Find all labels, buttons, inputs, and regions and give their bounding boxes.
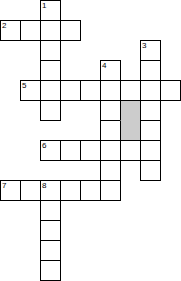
crossword-cell[interactable] — [60, 80, 81, 101]
crossword-cell[interactable] — [140, 120, 161, 141]
clue-number: 2 — [2, 21, 6, 30]
clue-number: 1 — [42, 1, 46, 10]
crossword-cell[interactable] — [40, 100, 61, 121]
clue-number: 8 — [42, 181, 46, 190]
crossword-cell[interactable] — [40, 220, 61, 241]
crossword-cell[interactable]: 3 — [140, 40, 161, 61]
crossword-cell[interactable] — [140, 80, 161, 101]
crossword-cell[interactable] — [160, 80, 181, 101]
crossword-cell[interactable] — [100, 80, 121, 101]
crossword-cell[interactable] — [80, 140, 101, 161]
clue-number: 4 — [102, 61, 106, 70]
crossword-cell[interactable] — [40, 40, 61, 61]
clue-number: 7 — [2, 181, 6, 190]
crossword-cell[interactable]: 4 — [100, 60, 121, 81]
crossword-cell[interactable]: 2 — [0, 20, 21, 41]
crossword-cell[interactable]: 6 — [40, 140, 61, 161]
crossword-cell-shaded[interactable] — [120, 120, 141, 141]
crossword-cell[interactable] — [100, 140, 121, 161]
crossword-cell[interactable] — [100, 120, 121, 141]
crossword-cell[interactable] — [40, 200, 61, 221]
crossword-cell[interactable] — [40, 260, 61, 281]
crossword-cell[interactable] — [20, 20, 41, 41]
crossword-cell[interactable] — [120, 80, 141, 101]
crossword-cell[interactable] — [40, 60, 61, 81]
crossword-cell[interactable] — [40, 20, 61, 41]
crossword-cell[interactable]: 8 — [40, 180, 61, 201]
crossword-cell[interactable] — [120, 140, 141, 161]
clue-number: 6 — [42, 141, 46, 150]
clue-number: 5 — [22, 81, 26, 90]
clue-number: 3 — [142, 41, 146, 50]
crossword-cell[interactable] — [20, 180, 41, 201]
crossword-cell[interactable] — [60, 140, 81, 161]
crossword-cell[interactable] — [140, 140, 161, 161]
crossword-cell[interactable] — [140, 160, 161, 181]
crossword-cell[interactable]: 5 — [20, 80, 41, 101]
crossword-cell[interactable] — [40, 80, 61, 101]
crossword-cell-shaded[interactable] — [120, 100, 141, 121]
crossword-cell[interactable] — [100, 100, 121, 121]
crossword-cell[interactable] — [80, 180, 101, 201]
crossword-cell[interactable] — [60, 20, 81, 41]
crossword-cell[interactable]: 7 — [0, 180, 21, 201]
crossword-cell[interactable] — [100, 180, 121, 201]
crossword-cell[interactable] — [80, 80, 101, 101]
crossword-cell[interactable]: 1 — [40, 0, 61, 21]
crossword-cell[interactable] — [140, 100, 161, 121]
crossword-cell[interactable] — [140, 60, 161, 81]
crossword-cell[interactable] — [60, 180, 81, 201]
crossword-cell[interactable] — [100, 160, 121, 181]
crossword-grid: 12345678 — [0, 0, 181, 281]
crossword-cell[interactable] — [40, 240, 61, 261]
